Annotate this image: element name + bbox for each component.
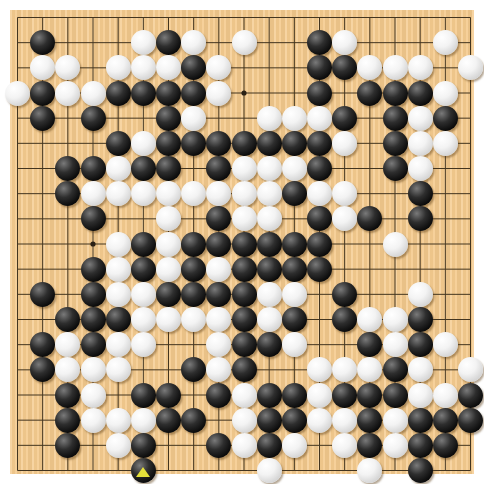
stone-white: [131, 307, 156, 332]
stone-black: [282, 232, 307, 257]
stone-black: [206, 131, 231, 156]
stone-black: [383, 156, 408, 181]
stone-white: [106, 408, 131, 433]
stone-white: [282, 106, 307, 131]
stone-white: [257, 206, 282, 231]
stone-white: [458, 357, 483, 382]
star-point: [90, 241, 95, 246]
stone-black: [307, 257, 332, 282]
stone-black: [383, 131, 408, 156]
stone-white: [81, 408, 106, 433]
stone-black: [257, 131, 282, 156]
stone-black: [106, 131, 131, 156]
stone-white: [156, 257, 181, 282]
stone-white: [408, 55, 433, 80]
stone-white: [106, 232, 131, 257]
stone-black: [307, 81, 332, 106]
stone-black: [357, 383, 382, 408]
stone-black: [232, 307, 257, 332]
stone-black: [408, 307, 433, 332]
stone-white: [232, 156, 257, 181]
stone-black: [232, 282, 257, 307]
stone-white: [307, 106, 332, 131]
stone-white: [81, 383, 106, 408]
stone-black: [131, 156, 156, 181]
stone-white: [55, 81, 80, 106]
stone-white: [408, 357, 433, 382]
stone-black: [408, 181, 433, 206]
stone-white: [5, 81, 30, 106]
stone-black: [81, 282, 106, 307]
stone-black: [131, 232, 156, 257]
stone-white: [408, 106, 433, 131]
stone-black: [433, 433, 458, 458]
stone-black: [81, 332, 106, 357]
screenshot-root: { "game": "go", "board": { "size": 19, "…: [0, 0, 484, 484]
stone-white: [106, 257, 131, 282]
stone-black: [282, 181, 307, 206]
stone-black: [282, 307, 307, 332]
stone-white: [131, 181, 156, 206]
stone-white: [282, 156, 307, 181]
stone-black: [156, 106, 181, 131]
stone-black: [282, 131, 307, 156]
stone-white: [383, 232, 408, 257]
stone-black: [383, 383, 408, 408]
stone-black: [257, 383, 282, 408]
stone-black: [232, 357, 257, 382]
stone-white: [257, 181, 282, 206]
stone-white: [458, 55, 483, 80]
stone-white: [106, 181, 131, 206]
stone-white: [131, 332, 156, 357]
stone-black: [156, 282, 181, 307]
stone-white: [282, 332, 307, 357]
stone-black: [30, 282, 55, 307]
stone-white: [408, 383, 433, 408]
stone-white: [257, 458, 282, 483]
stone-black: [131, 383, 156, 408]
stone-black: [332, 282, 357, 307]
stone-black: [232, 232, 257, 257]
stone-black: [81, 307, 106, 332]
stone-black: [408, 206, 433, 231]
star-point: [241, 90, 246, 95]
stone-white: [383, 55, 408, 80]
stone-white: [332, 408, 357, 433]
stone-white: [332, 433, 357, 458]
stone-white: [383, 433, 408, 458]
stone-black: [131, 257, 156, 282]
stone-black: [181, 282, 206, 307]
stone-white: [257, 307, 282, 332]
stone-black: [81, 206, 106, 231]
stone-black: [30, 106, 55, 131]
stone-white: [106, 282, 131, 307]
stone-black: [307, 30, 332, 55]
stone-white: [106, 55, 131, 80]
stone-black: [257, 232, 282, 257]
stone-white: [408, 131, 433, 156]
stone-black: [307, 131, 332, 156]
stone-black: [55, 383, 80, 408]
stone-white: [131, 30, 156, 55]
stone-white: [106, 357, 131, 382]
stone-white: [383, 332, 408, 357]
stone-black: [206, 232, 231, 257]
stone-white: [232, 433, 257, 458]
stone-white: [181, 106, 206, 131]
stone-black: [408, 332, 433, 357]
stone-black: [332, 307, 357, 332]
stone-black: [357, 433, 382, 458]
stone-black: [458, 383, 483, 408]
stone-black: [408, 408, 433, 433]
stone-white: [232, 383, 257, 408]
stone-black: [55, 433, 80, 458]
stone-black: [307, 156, 332, 181]
stone-black: [257, 433, 282, 458]
stone-black: [55, 408, 80, 433]
stone-black: [181, 232, 206, 257]
stone-white: [131, 55, 156, 80]
stone-white: [131, 282, 156, 307]
stone-black: [257, 332, 282, 357]
stone-black: [206, 282, 231, 307]
stone-white: [106, 433, 131, 458]
stone-white: [206, 257, 231, 282]
last-move-marker: [136, 467, 150, 477]
stone-black: [357, 408, 382, 433]
stone-black: [383, 357, 408, 382]
stone-white: [206, 81, 231, 106]
stone-black: [156, 131, 181, 156]
stone-black: [131, 81, 156, 106]
stone-white: [106, 156, 131, 181]
stone-white: [81, 181, 106, 206]
stone-white: [232, 30, 257, 55]
stone-black: [357, 81, 382, 106]
stone-black: [257, 257, 282, 282]
stone-white: [156, 181, 181, 206]
stone-white: [332, 131, 357, 156]
stone-white: [433, 30, 458, 55]
stone-black: [408, 433, 433, 458]
stone-black: [181, 81, 206, 106]
stone-black: [383, 106, 408, 131]
stone-white: [433, 383, 458, 408]
stone-black: [131, 433, 156, 458]
stone-white: [232, 408, 257, 433]
stone-white: [156, 307, 181, 332]
stone-white: [282, 433, 307, 458]
stone-black: [156, 383, 181, 408]
stone-black: [156, 30, 181, 55]
stone-black: [383, 81, 408, 106]
stone-black: [81, 106, 106, 131]
stone-black: [282, 383, 307, 408]
stone-white: [232, 206, 257, 231]
stone-white: [433, 332, 458, 357]
stone-black: [433, 408, 458, 433]
stone-white: [181, 307, 206, 332]
stone-white: [408, 156, 433, 181]
stone-white: [156, 232, 181, 257]
stone-white: [257, 106, 282, 131]
go-board[interactable]: [10, 10, 474, 474]
stone-black: [408, 81, 433, 106]
stone-black: [257, 408, 282, 433]
stone-white: [106, 332, 131, 357]
stone-white: [257, 282, 282, 307]
stone-white: [282, 282, 307, 307]
stone-white: [81, 357, 106, 382]
stone-black: [206, 383, 231, 408]
stone-white: [81, 81, 106, 106]
stone-white: [408, 282, 433, 307]
stone-black: [156, 81, 181, 106]
stone-black: [81, 156, 106, 181]
stone-black: [458, 408, 483, 433]
stone-white: [383, 307, 408, 332]
stone-black: [181, 408, 206, 433]
stone-white: [433, 81, 458, 106]
stone-white: [383, 408, 408, 433]
stone-black: [232, 131, 257, 156]
stone-white: [307, 408, 332, 433]
stone-white: [357, 458, 382, 483]
stone-black: [30, 81, 55, 106]
stone-black: [282, 257, 307, 282]
stone-black: [408, 458, 433, 483]
stone-black: [206, 433, 231, 458]
stone-white: [257, 156, 282, 181]
stone-white: [307, 181, 332, 206]
stone-black: [433, 106, 458, 131]
stone-black: [332, 106, 357, 131]
stone-black: [81, 257, 106, 282]
stone-black: [156, 408, 181, 433]
stone-white: [433, 131, 458, 156]
stone-black: [106, 307, 131, 332]
stone-black: [156, 156, 181, 181]
stone-black: [181, 131, 206, 156]
stone-black: [181, 257, 206, 282]
stone-black: [106, 81, 131, 106]
stone-black: [332, 383, 357, 408]
stone-black: [232, 332, 257, 357]
stone-black: [307, 232, 332, 257]
stone-white: [232, 181, 257, 206]
stone-white: [307, 383, 332, 408]
stone-white: [131, 131, 156, 156]
stone-white: [131, 408, 156, 433]
stone-black: [232, 257, 257, 282]
stone-black: [282, 408, 307, 433]
